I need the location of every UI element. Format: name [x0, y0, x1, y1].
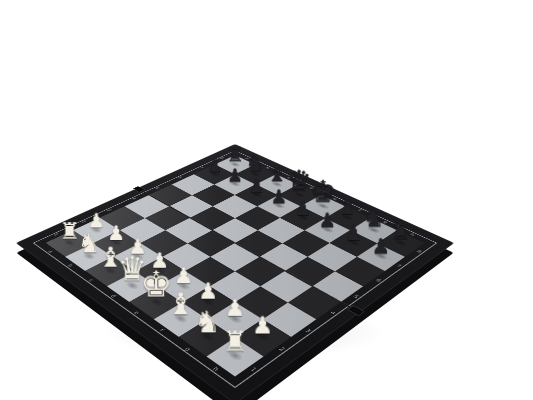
chess-board: ♜♞♝♛♚♝♞♜♟♟♟♟♟♟♟♟♟♟♟♟♟♟♟♟♜♞♝♛♚♝♞♜ aabbccd… — [16, 144, 454, 400]
board-frame: ♜♞♝♛♚♝♞♜♟♟♟♟♟♟♟♟♟♟♟♟♟♟♟♟♜♞♝♛♚♝♞♜ aabbccd… — [16, 144, 454, 400]
square-e6[interactable] — [258, 218, 304, 243]
piece-glyph: ♜ — [211, 328, 260, 356]
piece-glyph: ♟ — [360, 236, 401, 257]
product-photo: ♜♞♝♛♚♝♞♜♟♟♟♟♟♟♟♟♟♟♟♟♟♟♟♟♜♞♝♛♚♝♞♜ aabbccd… — [0, 0, 533, 400]
square-d4[interactable] — [188, 230, 235, 257]
